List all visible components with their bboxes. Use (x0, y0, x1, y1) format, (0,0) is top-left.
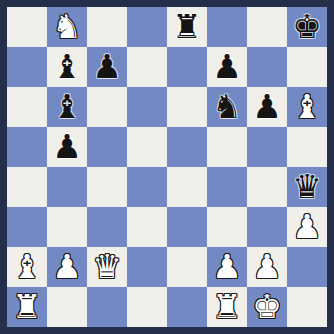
square-d4[interactable] (127, 167, 167, 207)
square-h7[interactable] (287, 47, 327, 87)
square-d5[interactable] (127, 127, 167, 167)
piece-black-pawn-g6[interactable]: ♟ (247, 87, 287, 127)
square-b2[interactable]: ♟ (47, 247, 87, 287)
square-h5[interactable] (287, 127, 327, 167)
square-c4[interactable] (87, 167, 127, 207)
square-h4[interactable]: ♛ (287, 167, 327, 207)
piece-white-pawn-g2[interactable]: ♟ (247, 247, 287, 287)
square-h1[interactable] (287, 287, 327, 327)
piece-white-queen-c2[interactable]: ♛ (87, 247, 127, 287)
square-g5[interactable] (247, 127, 287, 167)
piece-black-pawn-b5[interactable]: ♟ (47, 127, 87, 167)
piece-white-rook-f1[interactable]: ♜ (207, 287, 247, 327)
square-g2[interactable]: ♟ (247, 247, 287, 287)
square-h3[interactable]: ♟ (287, 207, 327, 247)
square-f1[interactable]: ♜ (207, 287, 247, 327)
square-a4[interactable] (7, 167, 47, 207)
square-e1[interactable] (167, 287, 207, 327)
square-b3[interactable] (47, 207, 87, 247)
square-e7[interactable] (167, 47, 207, 87)
square-d2[interactable] (127, 247, 167, 287)
square-b6[interactable]: ♝ (47, 87, 87, 127)
square-d7[interactable] (127, 47, 167, 87)
square-e2[interactable] (167, 247, 207, 287)
square-e4[interactable] (167, 167, 207, 207)
square-f6[interactable]: ♞ (207, 87, 247, 127)
piece-black-pawn-c7[interactable]: ♟ (87, 47, 127, 87)
square-a8[interactable] (7, 7, 47, 47)
square-c2[interactable]: ♛ (87, 247, 127, 287)
square-a1[interactable]: ♜ (7, 287, 47, 327)
square-c1[interactable] (87, 287, 127, 327)
piece-white-pawn-b2[interactable]: ♟ (47, 247, 87, 287)
square-c3[interactable] (87, 207, 127, 247)
square-f2[interactable]: ♟ (207, 247, 247, 287)
square-d6[interactable] (127, 87, 167, 127)
piece-black-rook-e8[interactable]: ♜ (167, 7, 207, 47)
square-g1[interactable]: ♚ (247, 287, 287, 327)
square-c6[interactable] (87, 87, 127, 127)
square-f4[interactable] (207, 167, 247, 207)
piece-white-rook-a1[interactable]: ♜ (7, 287, 47, 327)
piece-black-queen-h4[interactable]: ♛ (287, 167, 327, 207)
board-frame: ♞♜♚♝♟♟♝♞♟♝♟♛♟♝♟♛♟♟♜♜♚ (0, 0, 334, 334)
square-g6[interactable]: ♟ (247, 87, 287, 127)
square-a7[interactable] (7, 47, 47, 87)
square-a5[interactable] (7, 127, 47, 167)
piece-black-bishop-b7[interactable]: ♝ (47, 47, 87, 87)
square-g8[interactable] (247, 7, 287, 47)
square-c8[interactable] (87, 7, 127, 47)
square-c7[interactable]: ♟ (87, 47, 127, 87)
square-f3[interactable] (207, 207, 247, 247)
square-g4[interactable] (247, 167, 287, 207)
square-a6[interactable] (7, 87, 47, 127)
piece-white-bishop-a2[interactable]: ♝ (7, 247, 47, 287)
piece-white-pawn-h3[interactable]: ♟ (287, 207, 327, 247)
square-b7[interactable]: ♝ (47, 47, 87, 87)
chess-board: ♞♜♚♝♟♟♝♞♟♝♟♛♟♝♟♛♟♟♜♜♚ (7, 7, 327, 327)
square-b8[interactable]: ♞ (47, 7, 87, 47)
square-a3[interactable] (7, 207, 47, 247)
square-h2[interactable] (287, 247, 327, 287)
piece-white-pawn-f2[interactable]: ♟ (207, 247, 247, 287)
square-b5[interactable]: ♟ (47, 127, 87, 167)
piece-black-king-h8[interactable]: ♚ (287, 7, 327, 47)
piece-black-knight-f6[interactable]: ♞ (207, 87, 247, 127)
square-e8[interactable]: ♜ (167, 7, 207, 47)
square-c5[interactable] (87, 127, 127, 167)
square-f5[interactable] (207, 127, 247, 167)
piece-white-king-g1[interactable]: ♚ (247, 287, 287, 327)
square-f7[interactable]: ♟ (207, 47, 247, 87)
piece-white-knight-b8[interactable]: ♞ (47, 7, 87, 47)
square-e5[interactable] (167, 127, 207, 167)
square-e3[interactable] (167, 207, 207, 247)
square-b4[interactable] (47, 167, 87, 207)
piece-black-bishop-b6[interactable]: ♝ (47, 87, 87, 127)
piece-white-bishop-h6[interactable]: ♝ (287, 87, 327, 127)
square-e6[interactable] (167, 87, 207, 127)
square-d3[interactable] (127, 207, 167, 247)
square-h6[interactable]: ♝ (287, 87, 327, 127)
square-h8[interactable]: ♚ (287, 7, 327, 47)
square-d8[interactable] (127, 7, 167, 47)
square-d1[interactable] (127, 287, 167, 327)
square-g3[interactable] (247, 207, 287, 247)
square-a2[interactable]: ♝ (7, 247, 47, 287)
square-b1[interactable] (47, 287, 87, 327)
square-f8[interactable] (207, 7, 247, 47)
piece-black-pawn-f7[interactable]: ♟ (207, 47, 247, 87)
square-g7[interactable] (247, 47, 287, 87)
